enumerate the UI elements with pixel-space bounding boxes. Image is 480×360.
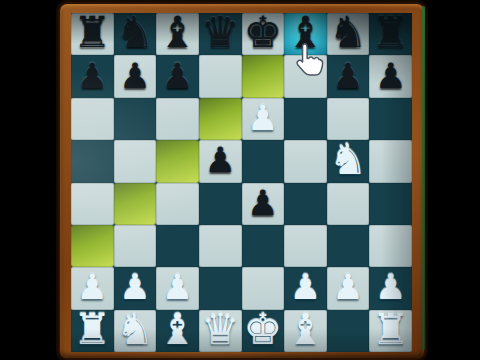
square-h2[interactable]: ♟ — [369, 267, 412, 309]
square-a1[interactable]: ♜ — [71, 310, 114, 352]
piece-black-rook: ♜ — [371, 11, 410, 54]
square-f6[interactable] — [284, 98, 327, 140]
piece-black-pawn: ♟ — [332, 59, 363, 94]
square-c5[interactable] — [156, 140, 199, 182]
square-h4[interactable] — [369, 183, 412, 225]
piece-black-knight: ♞ — [116, 11, 155, 54]
piece-black-knight: ♞ — [329, 11, 368, 54]
square-h7[interactable]: ♟ — [369, 55, 412, 97]
square-g4[interactable] — [327, 183, 370, 225]
piece-white-pawn: ♟ — [119, 270, 150, 305]
piece-black-king: ♚ — [244, 11, 283, 54]
square-f7[interactable] — [284, 55, 327, 97]
square-f3[interactable] — [284, 225, 327, 267]
square-f1[interactable]: ♝ — [284, 310, 327, 352]
square-g7[interactable]: ♟ — [327, 55, 370, 97]
piece-black-pawn: ♟ — [77, 59, 108, 94]
square-d3[interactable] — [199, 225, 242, 267]
square-a6[interactable] — [71, 98, 114, 140]
square-c3[interactable] — [156, 225, 199, 267]
square-c6[interactable] — [156, 98, 199, 140]
square-d5[interactable]: ♟ — [199, 140, 242, 182]
piece-black-bishop: ♝ — [286, 11, 325, 54]
square-e2[interactable] — [242, 267, 285, 309]
piece-white-bishop: ♝ — [286, 308, 325, 351]
piece-black-pawn: ♟ — [375, 59, 406, 94]
piece-white-knight: ♞ — [329, 138, 368, 181]
square-h8[interactable]: ♜ — [369, 13, 412, 55]
square-b5[interactable] — [114, 140, 157, 182]
square-a4[interactable] — [71, 183, 114, 225]
piece-white-queen: ♛ — [201, 308, 240, 351]
square-d7[interactable] — [199, 55, 242, 97]
square-f5[interactable] — [284, 140, 327, 182]
square-a5[interactable] — [71, 140, 114, 182]
piece-white-pawn: ♟ — [375, 270, 406, 305]
piece-white-pawn: ♟ — [332, 270, 363, 305]
square-b6[interactable] — [114, 98, 157, 140]
piece-black-pawn: ♟ — [204, 143, 235, 178]
square-c4[interactable] — [156, 183, 199, 225]
piece-white-knight: ♞ — [116, 308, 155, 351]
square-f4[interactable] — [284, 183, 327, 225]
square-a2[interactable]: ♟ — [71, 267, 114, 309]
square-e5[interactable] — [242, 140, 285, 182]
piece-black-pawn: ♟ — [247, 186, 278, 221]
piece-black-bishop: ♝ — [158, 11, 197, 54]
square-f2[interactable]: ♟ — [284, 267, 327, 309]
square-a7[interactable]: ♟ — [71, 55, 114, 97]
square-d6[interactable] — [199, 98, 242, 140]
square-g1[interactable] — [327, 310, 370, 352]
square-e3[interactable] — [242, 225, 285, 267]
piece-white-rook: ♜ — [73, 308, 112, 351]
piece-white-pawn: ♟ — [290, 270, 321, 305]
square-c1[interactable]: ♝ — [156, 310, 199, 352]
square-a8[interactable]: ♜ — [71, 13, 114, 55]
piece-black-queen: ♛ — [201, 11, 240, 54]
chess-board: ♜♞♝♛♚♝♞♜♟♟♟♟♟♟♟♞♟♟♟♟♟♟♟♜♞♝♛♚♝♜ — [71, 13, 412, 352]
square-d4[interactable] — [199, 183, 242, 225]
square-e4[interactable]: ♟ — [242, 183, 285, 225]
square-h5[interactable] — [369, 140, 412, 182]
square-b4[interactable] — [114, 183, 157, 225]
piece-white-rook: ♜ — [371, 308, 410, 351]
square-d8[interactable]: ♛ — [199, 13, 242, 55]
square-d2[interactable] — [199, 267, 242, 309]
square-c2[interactable]: ♟ — [156, 267, 199, 309]
square-e6[interactable]: ♟ — [242, 98, 285, 140]
square-g5[interactable]: ♞ — [327, 140, 370, 182]
square-g2[interactable]: ♟ — [327, 267, 370, 309]
piece-black-pawn: ♟ — [162, 59, 193, 94]
square-c8[interactable]: ♝ — [156, 13, 199, 55]
square-c7[interactable]: ♟ — [156, 55, 199, 97]
chess-app-stage: ♜♞♝♛♚♝♞♜♟♟♟♟♟♟♟♞♟♟♟♟♟♟♟♜♞♝♛♚♝♜ — [0, 0, 480, 360]
square-b3[interactable] — [114, 225, 157, 267]
square-d1[interactable]: ♛ — [199, 310, 242, 352]
square-g8[interactable]: ♞ — [327, 13, 370, 55]
piece-black-pawn: ♟ — [119, 59, 150, 94]
square-g3[interactable] — [327, 225, 370, 267]
piece-black-rook: ♜ — [73, 11, 112, 54]
frame-right-edge-highlight — [422, 6, 425, 350]
square-h1[interactable]: ♜ — [369, 310, 412, 352]
square-f8[interactable]: ♝ — [284, 13, 327, 55]
piece-white-pawn: ♟ — [247, 101, 278, 136]
square-e1[interactable]: ♚ — [242, 310, 285, 352]
square-b8[interactable]: ♞ — [114, 13, 157, 55]
square-e7[interactable] — [242, 55, 285, 97]
piece-white-pawn: ♟ — [77, 270, 108, 305]
square-g6[interactable] — [327, 98, 370, 140]
piece-white-pawn: ♟ — [162, 270, 193, 305]
square-h3[interactable] — [369, 225, 412, 267]
square-b2[interactable]: ♟ — [114, 267, 157, 309]
piece-white-king: ♚ — [244, 308, 283, 351]
square-b7[interactable]: ♟ — [114, 55, 157, 97]
piece-white-bishop: ♝ — [158, 308, 197, 351]
square-b1[interactable]: ♞ — [114, 310, 157, 352]
square-e8[interactable]: ♚ — [242, 13, 285, 55]
square-a3[interactable] — [71, 225, 114, 267]
square-h6[interactable] — [369, 98, 412, 140]
